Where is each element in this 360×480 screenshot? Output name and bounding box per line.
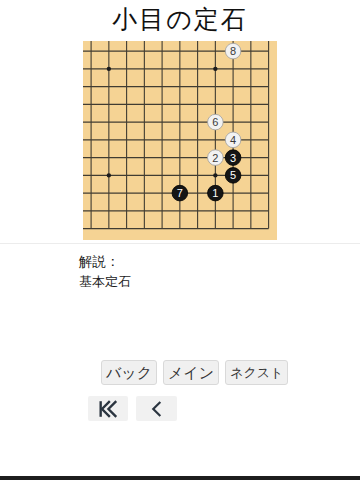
stone-number-2: 2 — [212, 152, 218, 164]
page-title: 小目の定石 — [0, 3, 360, 36]
star-point — [213, 67, 217, 71]
stone-number-1: 1 — [212, 187, 218, 199]
go-board-svg: 12345678 — [83, 41, 277, 240]
commentary-text: 基本定石 — [79, 275, 131, 289]
separator-line — [0, 243, 360, 244]
stone-number-7: 7 — [177, 187, 183, 199]
app-screen: 小目の定石 12345678 解説： 基本定石 バック メイン ネクスト — [0, 0, 360, 480]
back-button[interactable]: バック — [101, 360, 157, 385]
stone-number-8: 8 — [230, 45, 236, 57]
next-button[interactable]: ネクスト — [225, 360, 288, 385]
star-point — [107, 67, 111, 71]
chevron-left-icon — [147, 398, 167, 420]
nav-button-row: バック メイン ネクスト — [101, 360, 288, 385]
bottom-bar — [0, 476, 360, 480]
prev-move-button[interactable] — [136, 396, 177, 421]
stone-number-6: 6 — [212, 116, 218, 128]
commentary-heading: 解説： — [79, 254, 131, 269]
skip-to-first-icon — [96, 398, 120, 420]
go-board[interactable]: 12345678 — [83, 41, 277, 240]
stone-number-4: 4 — [230, 134, 236, 146]
star-point — [213, 173, 217, 177]
star-point — [107, 173, 111, 177]
stone-number-5: 5 — [230, 169, 236, 181]
main-button[interactable]: メイン — [163, 360, 219, 385]
stone-number-3: 3 — [230, 152, 236, 164]
first-move-button[interactable] — [88, 396, 128, 421]
move-button-row — [88, 396, 177, 421]
commentary-block: 解説： 基本定石 — [79, 254, 131, 289]
